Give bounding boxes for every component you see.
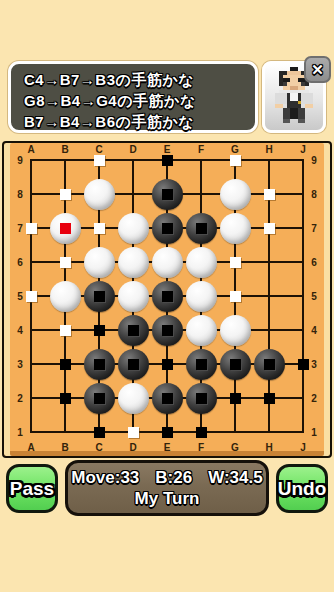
score-row: Move:33 B:26 W:34.5 [71,468,262,488]
board-point-J8[interactable] [292,183,314,205]
black-territory-marker-C1 [94,427,105,438]
board-point-A9[interactable] [20,149,42,171]
board-point-H1[interactable] [258,421,280,443]
white-territory-marker-G6 [230,257,241,268]
stone-center-square [94,291,105,302]
stone-white-E6 [152,247,183,278]
stone-center-square [128,359,139,370]
stone-black-E8 [152,179,183,210]
board-point-A6[interactable] [20,251,42,273]
stone-center-square [162,325,173,336]
stone-center-square [94,359,105,370]
white-territory-marker-H8 [264,189,275,200]
board-point-J1[interactable] [292,421,314,443]
board-point-J2[interactable] [292,387,314,409]
stone-center-square [162,189,173,200]
stone-black-D4 [118,315,149,346]
white-territory-marker-B4 [60,325,71,336]
stone-black-E7 [152,213,183,244]
stone-center-square [230,359,241,370]
board-point-H5[interactable] [258,285,280,307]
go-board-grid: AABBCCDDEEFFGGHHJJ998877665544332211 [4,143,330,456]
stone-center-square [128,325,139,336]
board-point-D9[interactable] [122,149,144,171]
board-point-A4[interactable] [20,319,42,341]
undo-button-label: Undo [278,478,327,500]
black-territory-marker-F1 [196,427,207,438]
stone-white-B5 [50,281,81,312]
stone-center-square [162,393,173,404]
stone-center-square [162,223,173,234]
stone-center-square [162,291,173,302]
white-territory-marker-G9 [230,155,241,166]
white-territory-marker-G5 [230,291,241,302]
close-button[interactable]: ✕ [304,56,331,83]
white-territory-marker-B6 [60,257,71,268]
app-screen: C4→B7→B3の手筋かな G8→B4→G4の手筋かな B7→B4→B6の手筋か… [0,0,334,592]
black-territory-marker-C4 [94,325,105,336]
stone-black-F7 [186,213,217,244]
white-territory-marker-A7 [26,223,37,234]
black-territory-marker-E1 [162,427,173,438]
board-point-A1[interactable] [20,421,42,443]
stone-white-G8 [220,179,251,210]
stone-white-F6 [186,247,217,278]
board-point-H6[interactable] [258,251,280,273]
black-territory-marker-E9 [162,155,173,166]
stone-white-B7 [50,213,81,244]
white-territory-marker-C7 [94,223,105,234]
white-territory-marker-A5 [26,291,37,302]
board-point-B1[interactable] [54,421,76,443]
stone-center-square [94,393,105,404]
board-point-D8[interactable] [122,183,144,205]
black-territory-marker-H2 [264,393,275,404]
stone-black-C2 [84,383,115,414]
last-move-marker [60,223,71,234]
undo-button[interactable]: Undo [276,464,328,513]
stone-black-C3 [84,349,115,380]
board-point-A2[interactable] [20,387,42,409]
stone-white-D6 [118,247,149,278]
board-point-G1[interactable] [224,421,246,443]
board-point-J7[interactable] [292,217,314,239]
stone-white-D5 [118,281,149,312]
pass-button[interactable]: Pass [6,464,58,513]
stone-black-E4 [152,315,183,346]
board-point-A8[interactable] [20,183,42,205]
stone-black-C5 [84,281,115,312]
stone-center-square [196,393,207,404]
stone-black-E2 [152,383,183,414]
stone-white-C6 [84,247,115,278]
white-territory-marker-B8 [60,189,71,200]
board-point-H9[interactable] [258,149,280,171]
hint-line-1: C4→B7→B3の手筋かな [24,69,255,90]
stone-white-D7 [118,213,149,244]
board-point-B9[interactable] [54,149,76,171]
board-point-A3[interactable] [20,353,42,375]
black-territory-marker-G2 [230,393,241,404]
white-territory-marker-D1 [128,427,139,438]
board-point-H4[interactable] [258,319,280,341]
board-point-F9[interactable] [190,149,212,171]
stone-center-square [264,359,275,370]
black-score: B:26 [155,468,192,488]
pass-button-label: Pass [10,478,54,500]
stone-black-F3 [186,349,217,380]
hint-line-2: G8→B4→G4の手筋かな [24,90,255,111]
stone-white-C8 [84,179,115,210]
stone-white-D2 [118,383,149,414]
black-territory-marker-J3 [298,359,309,370]
go-board: AABBCCDDEEFFGGHHJJ998877665544332211 [2,141,332,458]
board-point-J4[interactable] [292,319,314,341]
stone-white-F5 [186,281,217,312]
status-panel: Move:33 B:26 W:34.5 My Turn [65,460,269,516]
stone-center-square [196,359,207,370]
stone-white-F4 [186,315,217,346]
stone-black-D3 [118,349,149,380]
white-territory-marker-C9 [94,155,105,166]
board-point-F8[interactable] [190,183,212,205]
board-point-J6[interactable] [292,251,314,273]
board-point-J9[interactable] [292,149,314,171]
stone-white-G7 [220,213,251,244]
white-score: W:34.5 [208,468,263,488]
move-count: Move:33 [71,468,139,488]
stone-black-E5 [152,281,183,312]
hint-bubble: C4→B7→B3の手筋かな G8→B4→G4の手筋かな B7→B4→B6の手筋か… [8,61,258,133]
black-territory-marker-E3 [162,359,173,370]
stone-center-square [196,223,207,234]
stone-black-G3 [220,349,251,380]
stone-black-F2 [186,383,217,414]
board-point-J5[interactable] [292,285,314,307]
white-territory-marker-H7 [264,223,275,234]
turn-indicator: My Turn [135,489,200,509]
black-territory-marker-B2 [60,393,71,404]
black-territory-marker-B3 [60,359,71,370]
hint-line-3: B7→B4→B6の手筋かな [24,111,255,132]
stone-black-H3 [254,349,285,380]
stone-white-G4 [220,315,251,346]
